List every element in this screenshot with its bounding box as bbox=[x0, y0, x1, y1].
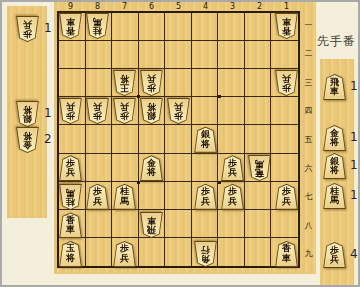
piece-kanji: 車 bbox=[330, 87, 339, 97]
file-label-3: 3 bbox=[219, 2, 246, 11]
piece-kanji: 王 bbox=[120, 83, 129, 93]
rank-label-9: 九 bbox=[302, 239, 315, 268]
piece-face: 桂馬 bbox=[60, 185, 81, 209]
piece-kanji: 将 bbox=[23, 105, 32, 115]
square-5-5[interactable] bbox=[165, 125, 192, 153]
piece-kanji: 車 bbox=[282, 254, 291, 264]
piece-sente-kyosha[interactable]: 香車 bbox=[275, 241, 298, 267]
file-label-7: 7 bbox=[111, 2, 138, 11]
sente-hand-count-hisha: 1 bbox=[350, 79, 358, 93]
piece-kanji: 馬 bbox=[66, 187, 75, 197]
rank-label-5: 五 bbox=[302, 125, 315, 154]
piece-face: 玉将 bbox=[60, 242, 81, 266]
square-4-3[interactable] bbox=[192, 69, 219, 97]
piece-kanji: 歩 bbox=[120, 111, 129, 121]
piece-kanji: 兵 bbox=[66, 102, 75, 112]
piece-sente-kyosha[interactable]: 香車 bbox=[59, 212, 82, 238]
piece-kanji: 兵 bbox=[174, 102, 183, 112]
square-2-4[interactable] bbox=[245, 97, 272, 125]
rank-label-3: 三 bbox=[302, 68, 315, 97]
piece-sente-fuhyo[interactable]: 歩兵 bbox=[113, 241, 136, 267]
piece-gote-ginsho[interactable]: 銀将 bbox=[140, 98, 163, 124]
square-2-9[interactable] bbox=[245, 238, 272, 266]
piece-gote-kyosha[interactable]: 香車 bbox=[59, 13, 82, 39]
square-1-8[interactable] bbox=[271, 210, 298, 238]
piece-kanji: 兵 bbox=[282, 197, 291, 207]
piece-sente-fuhyo[interactable]: 歩兵 bbox=[323, 242, 346, 268]
piece-sente-kinsho[interactable]: 金将 bbox=[140, 155, 163, 181]
piece-kanji: 将 bbox=[330, 166, 339, 176]
piece-face: 王将 bbox=[114, 71, 135, 95]
piece-kanji: 馬 bbox=[330, 196, 339, 206]
piece-face: 歩兵 bbox=[87, 185, 108, 209]
piece-gote-fuhyo[interactable]: 歩兵 bbox=[140, 70, 163, 96]
piece-sente-fuhyo[interactable]: 歩兵 bbox=[59, 155, 82, 181]
piece-gote-kakugyo[interactable]: 角行 bbox=[194, 241, 217, 267]
piece-kanji: 銀 bbox=[147, 111, 156, 121]
sente-hand-count-keima: 1 bbox=[350, 188, 358, 202]
piece-sente-fuhyo[interactable]: 歩兵 bbox=[86, 184, 109, 210]
square-9-2[interactable] bbox=[59, 41, 86, 69]
square-8-5[interactable] bbox=[86, 125, 113, 153]
rank-label-2: 二 bbox=[302, 40, 315, 69]
file-label-1: 1 bbox=[273, 2, 300, 11]
piece-kanji: 将 bbox=[147, 168, 156, 178]
square-5-8[interactable] bbox=[165, 210, 192, 238]
piece-kanji: 兵 bbox=[147, 73, 156, 83]
piece-kanji: 兵 bbox=[93, 197, 102, 207]
piece-gote-keima[interactable]: 桂馬 bbox=[86, 13, 109, 39]
square-1-4[interactable] bbox=[271, 97, 298, 125]
piece-kanji: 車 bbox=[66, 225, 75, 235]
piece-sente-fuhyo[interactable]: 歩兵 bbox=[194, 184, 217, 210]
piece-face: 歩兵 bbox=[60, 156, 81, 180]
piece-kanji: 将 bbox=[23, 131, 32, 141]
square-1-5[interactable] bbox=[271, 125, 298, 153]
piece-kanji: 車 bbox=[147, 216, 156, 226]
file-labels: 987654321 bbox=[57, 2, 300, 11]
square-8-3[interactable] bbox=[86, 69, 113, 97]
piece-gote-fuhyo[interactable]: 歩兵 bbox=[16, 16, 39, 42]
piece-kanji: 将 bbox=[201, 140, 210, 150]
piece-gote-fuhyo[interactable]: 歩兵 bbox=[86, 98, 109, 124]
square-6-2[interactable] bbox=[139, 41, 166, 69]
piece-kanji: 歩 bbox=[23, 29, 32, 39]
piece-kanji: 馬 bbox=[255, 159, 264, 169]
square-2-8[interactable] bbox=[245, 210, 272, 238]
piece-sente-fuhyo[interactable]: 歩兵 bbox=[221, 155, 244, 181]
piece-kanji: 将 bbox=[66, 254, 75, 264]
square-4-8[interactable] bbox=[192, 210, 219, 238]
piece-kanji: 兵 bbox=[201, 197, 210, 207]
square-2-2[interactable] bbox=[245, 41, 272, 69]
piece-gote-kinsho[interactable]: 金将 bbox=[16, 127, 39, 153]
piece-gote-fuhyo[interactable]: 歩兵 bbox=[59, 98, 82, 124]
square-2-5[interactable] bbox=[245, 125, 272, 153]
square-2-3[interactable] bbox=[245, 69, 272, 97]
rank-label-4: 四 bbox=[302, 97, 315, 126]
hoshi-dot bbox=[218, 95, 221, 98]
square-8-2[interactable] bbox=[86, 41, 113, 69]
square-3-8[interactable] bbox=[218, 210, 245, 238]
piece-face: 香車 bbox=[60, 14, 81, 38]
piece-kanji: 兵 bbox=[93, 102, 102, 112]
square-8-8[interactable] bbox=[86, 210, 113, 238]
piece-kanji: 竜 bbox=[255, 168, 264, 178]
square-8-6[interactable] bbox=[86, 154, 113, 182]
shogi-board: 987654321 一二三四五六七八九 bbox=[54, 2, 316, 274]
square-3-5[interactable] bbox=[218, 125, 245, 153]
piece-kanji: 行 bbox=[201, 244, 210, 254]
square-4-4[interactable] bbox=[192, 97, 219, 125]
shogi-app: 987654321 一二三四五六七八九 先手番 香車桂馬香車王将歩兵歩兵歩兵歩兵… bbox=[0, 0, 360, 287]
piece-face: 歩兵 bbox=[195, 185, 216, 209]
square-1-6[interactable] bbox=[271, 154, 298, 182]
file-label-5: 5 bbox=[165, 2, 192, 11]
gote-hand-count-ginsho: 1 bbox=[44, 106, 52, 120]
piece-gote-ryuma[interactable]: 竜馬 bbox=[248, 155, 271, 181]
rank-label-8: 八 bbox=[302, 211, 315, 240]
square-5-1[interactable] bbox=[165, 13, 192, 41]
square-7-2[interactable] bbox=[112, 41, 139, 69]
piece-face: 銀将 bbox=[195, 128, 216, 152]
piece-gote-ginsho[interactable]: 銀将 bbox=[16, 101, 39, 127]
square-2-7[interactable] bbox=[245, 182, 272, 210]
square-7-8[interactable] bbox=[112, 210, 139, 238]
piece-face: 歩兵 bbox=[168, 99, 189, 123]
piece-kanji: 歩 bbox=[282, 83, 291, 93]
piece-kanji: 歩 bbox=[66, 111, 75, 121]
piece-kanji: 金 bbox=[23, 140, 32, 150]
square-1-2[interactable] bbox=[271, 41, 298, 69]
square-3-2[interactable] bbox=[218, 41, 245, 69]
gote-hand-count-fuhyo: 1 bbox=[44, 21, 52, 35]
piece-face: 歩兵 bbox=[276, 71, 297, 95]
piece-kanji: 飛 bbox=[147, 225, 156, 235]
piece-kanji: 兵 bbox=[120, 102, 129, 112]
piece-kanji: 車 bbox=[282, 16, 291, 26]
piece-face: 歩兵 bbox=[222, 185, 243, 209]
piece-face: 金将 bbox=[324, 126, 345, 150]
piece-face: 銀将 bbox=[324, 154, 345, 178]
square-5-6[interactable] bbox=[165, 154, 192, 182]
hoshi-dot bbox=[137, 181, 140, 184]
piece-kanji: 歩 bbox=[147, 83, 156, 93]
piece-face: 歩兵 bbox=[114, 99, 135, 123]
piece-face: 歩兵 bbox=[276, 185, 297, 209]
piece-sente-fuhyo[interactable]: 歩兵 bbox=[221, 184, 244, 210]
piece-kanji: 将 bbox=[330, 138, 339, 148]
square-9-5[interactable] bbox=[59, 125, 86, 153]
rank-label-7: 七 bbox=[302, 182, 315, 211]
piece-face: 銀将 bbox=[141, 99, 162, 123]
piece-gote-fuhyo[interactable]: 歩兵 bbox=[167, 98, 190, 124]
piece-face: 香車 bbox=[276, 14, 297, 38]
piece-face: 歩兵 bbox=[222, 156, 243, 180]
square-3-4[interactable] bbox=[218, 97, 245, 125]
square-7-1[interactable] bbox=[112, 13, 139, 41]
piece-face: 香車 bbox=[60, 213, 81, 237]
piece-kanji: 馬 bbox=[120, 197, 129, 207]
piece-kanji: 将 bbox=[120, 73, 129, 83]
piece-face: 飛車 bbox=[324, 75, 345, 99]
piece-kanji: 馬 bbox=[93, 16, 102, 26]
piece-kanji: 銀 bbox=[23, 114, 32, 124]
square-5-7[interactable] bbox=[165, 182, 192, 210]
file-label-4: 4 bbox=[192, 2, 219, 11]
piece-sente-kinsho[interactable]: 金将 bbox=[323, 125, 346, 151]
piece-kanji: 兵 bbox=[228, 168, 237, 178]
file-label-2: 2 bbox=[246, 2, 273, 11]
piece-face: 歩兵 bbox=[87, 99, 108, 123]
square-7-6[interactable] bbox=[112, 154, 139, 182]
piece-face: 金将 bbox=[17, 128, 38, 152]
file-label-8: 8 bbox=[84, 2, 111, 11]
square-3-3[interactable] bbox=[218, 69, 245, 97]
sente-hand-count-kinsho: 1 bbox=[350, 130, 358, 144]
piece-face: 角行 bbox=[195, 242, 216, 266]
piece-face: 歩兵 bbox=[60, 99, 81, 123]
sente-hand-count-fuhyo: 4 bbox=[350, 247, 358, 261]
square-5-9[interactable] bbox=[165, 238, 192, 266]
piece-gote-fuhyo[interactable]: 歩兵 bbox=[275, 70, 298, 96]
piece-kanji: 兵 bbox=[330, 255, 339, 265]
piece-face: 金将 bbox=[141, 156, 162, 180]
piece-face: 歩兵 bbox=[324, 243, 345, 267]
rank-labels: 一二三四五六七八九 bbox=[302, 11, 315, 268]
piece-sente-keima[interactable]: 桂馬 bbox=[113, 184, 136, 210]
piece-kanji: 兵 bbox=[23, 20, 32, 30]
turn-indicator: 先手番 bbox=[317, 33, 360, 50]
piece-face: 歩兵 bbox=[114, 242, 135, 266]
square-4-1[interactable] bbox=[192, 13, 219, 41]
piece-kanji: 兵 bbox=[120, 254, 129, 264]
square-4-2[interactable] bbox=[192, 41, 219, 69]
piece-kanji: 歩 bbox=[174, 111, 183, 121]
piece-sente-keima[interactable]: 桂馬 bbox=[323, 183, 346, 209]
piece-kanji: 車 bbox=[66, 16, 75, 26]
piece-face: 桂馬 bbox=[114, 185, 135, 209]
piece-gote-keima[interactable]: 桂馬 bbox=[59, 184, 82, 210]
piece-gote-osho[interactable]: 王将 bbox=[113, 70, 136, 96]
piece-kanji: 歩 bbox=[93, 111, 102, 121]
square-5-2[interactable] bbox=[165, 41, 192, 69]
square-6-1[interactable] bbox=[139, 13, 166, 41]
file-label-9: 9 bbox=[57, 2, 84, 11]
piece-kanji: 将 bbox=[147, 102, 156, 112]
square-3-1[interactable] bbox=[218, 13, 245, 41]
piece-sente-fuhyo[interactable]: 歩兵 bbox=[275, 184, 298, 210]
square-3-9[interactable] bbox=[218, 238, 245, 266]
piece-sente-ginsho[interactable]: 銀将 bbox=[323, 153, 346, 179]
rank-label-6: 六 bbox=[302, 154, 315, 183]
sente-hand-count-ginsho: 1 bbox=[350, 158, 358, 172]
square-2-1[interactable] bbox=[245, 13, 272, 41]
square-5-3[interactable] bbox=[165, 69, 192, 97]
piece-face: 桂馬 bbox=[324, 184, 345, 208]
file-label-6: 6 bbox=[138, 2, 165, 11]
square-6-5[interactable] bbox=[139, 125, 166, 153]
square-6-9[interactable] bbox=[139, 238, 166, 266]
piece-kanji: 兵 bbox=[282, 73, 291, 83]
piece-gote-hisha[interactable]: 飛車 bbox=[140, 212, 163, 238]
piece-gote-kyosha[interactable]: 香車 bbox=[275, 13, 298, 39]
square-4-6[interactable] bbox=[192, 154, 219, 182]
board-grid bbox=[57, 11, 300, 268]
piece-face: 歩兵 bbox=[17, 17, 38, 41]
square-6-7[interactable] bbox=[139, 182, 166, 210]
piece-face: 歩兵 bbox=[141, 71, 162, 95]
piece-kanji: 兵 bbox=[228, 197, 237, 207]
piece-sente-ginsho[interactable]: 銀将 bbox=[194, 127, 217, 153]
gote-hand-count-kinsho: 2 bbox=[44, 132, 52, 146]
piece-sente-hisha[interactable]: 飛車 bbox=[323, 74, 346, 100]
piece-kanji: 兵 bbox=[66, 168, 75, 178]
piece-kanji: 角 bbox=[201, 254, 210, 264]
piece-gote-fuhyo[interactable]: 歩兵 bbox=[113, 98, 136, 124]
piece-face: 銀将 bbox=[17, 102, 38, 126]
square-7-5[interactable] bbox=[112, 125, 139, 153]
piece-kanji: 桂 bbox=[66, 197, 75, 207]
square-9-3[interactable] bbox=[59, 69, 86, 97]
piece-sente-gyokusho[interactable]: 玉将 bbox=[59, 241, 82, 267]
square-8-9[interactable] bbox=[86, 238, 113, 266]
rank-label-1: 一 bbox=[302, 11, 315, 40]
piece-face: 桂馬 bbox=[87, 14, 108, 38]
piece-face: 香車 bbox=[276, 242, 297, 266]
